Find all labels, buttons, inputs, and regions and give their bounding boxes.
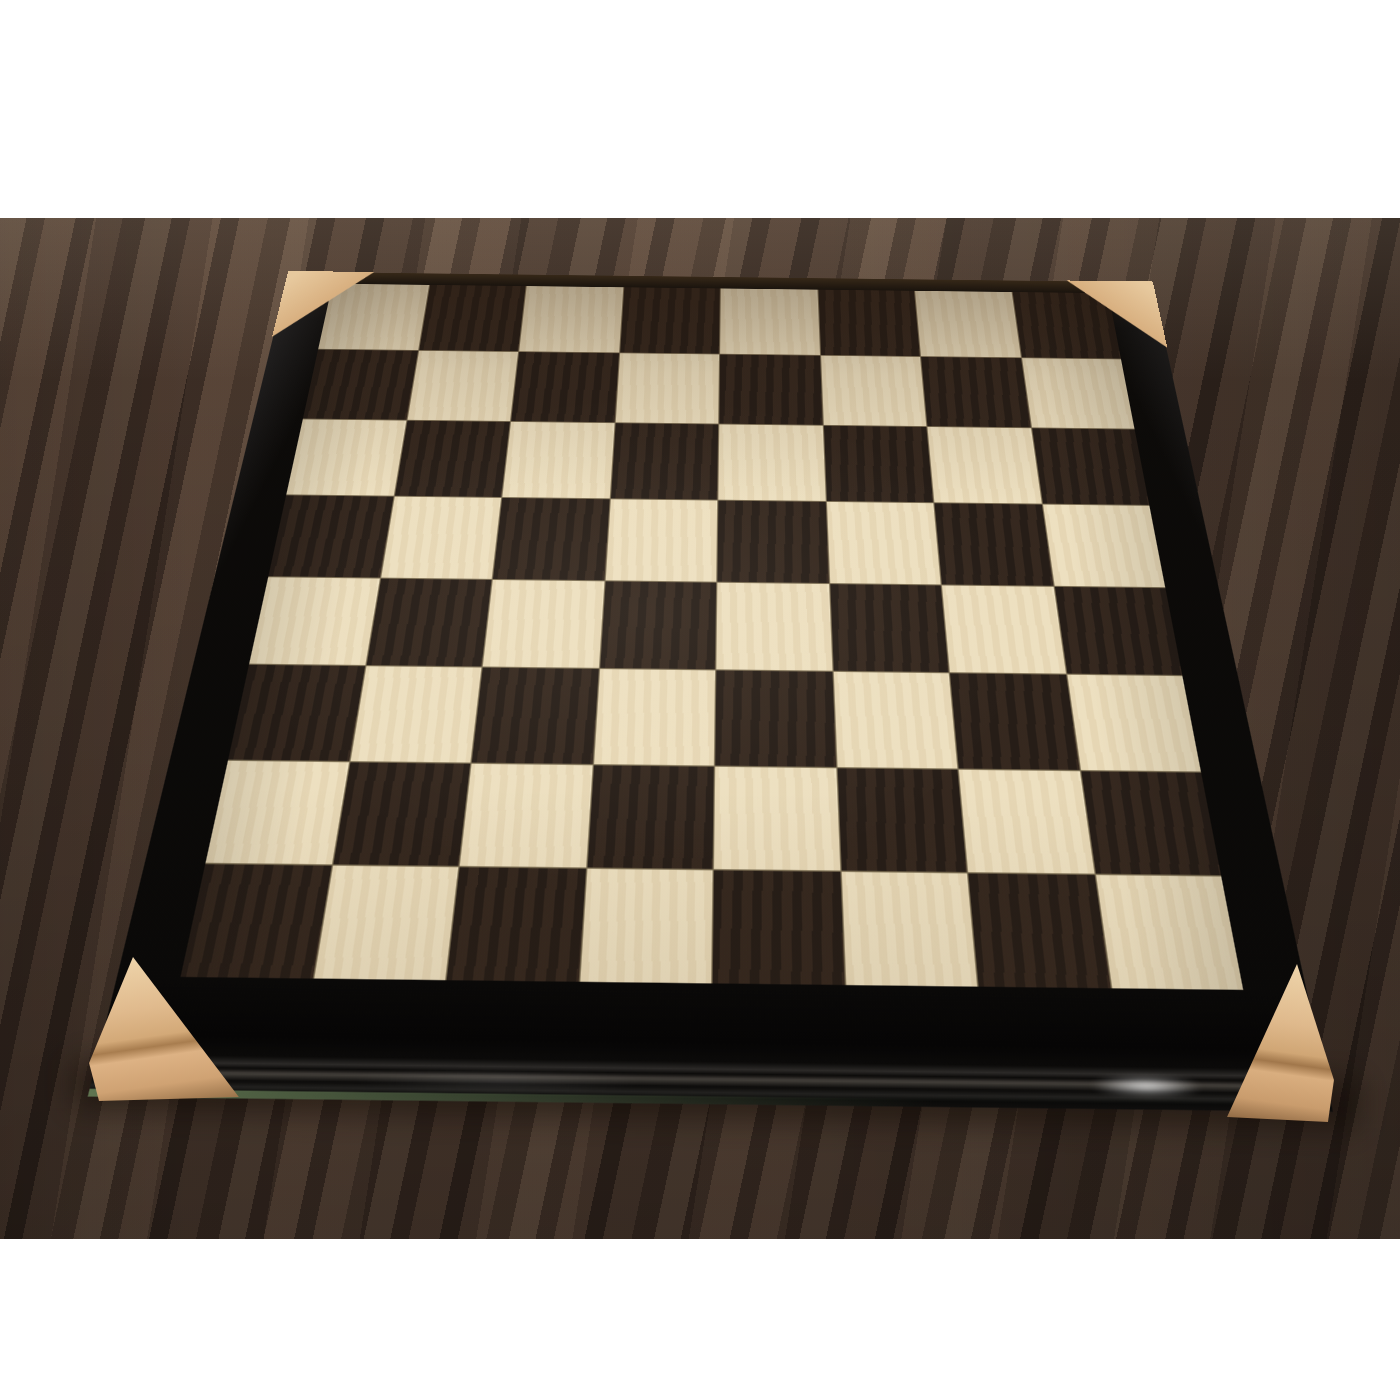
square-c6 (502, 422, 614, 498)
square-e2 (714, 766, 840, 871)
square-a3 (228, 665, 364, 761)
square-d7 (615, 353, 719, 424)
square-c8 (519, 286, 623, 352)
square-f8 (818, 290, 920, 356)
square-b6 (394, 421, 510, 497)
square-e7 (719, 354, 822, 425)
square-g7 (921, 357, 1030, 428)
square-h1 (1095, 875, 1243, 989)
chess-board (88, 272, 1333, 1112)
square-h7 (1022, 358, 1135, 429)
square-c5 (493, 498, 609, 580)
square-g5 (934, 503, 1052, 585)
square-a2 (205, 761, 348, 865)
square-b8 (419, 285, 526, 351)
square-c3 (472, 668, 599, 764)
square-b3 (350, 666, 481, 762)
square-c7 (511, 352, 618, 423)
square-g6 (927, 427, 1041, 503)
square-d3 (593, 669, 715, 765)
square-f2 (837, 768, 967, 873)
square-h4 (1054, 586, 1182, 675)
square-e1 (713, 871, 845, 985)
square-b1 (314, 866, 459, 980)
square-a5 (268, 495, 393, 577)
square-f5 (826, 502, 940, 584)
square-f6 (823, 426, 933, 502)
square-e6 (718, 425, 825, 501)
square-f4 (830, 584, 949, 673)
square-c1 (447, 868, 586, 982)
square-g1 (968, 874, 1110, 988)
square-f1 (841, 872, 977, 986)
square-g2 (959, 769, 1094, 874)
square-b4 (366, 578, 492, 667)
square-g4 (942, 585, 1066, 674)
square-h3 (1067, 675, 1201, 771)
square-b7 (407, 351, 518, 422)
square-g8 (915, 291, 1020, 357)
playing-area-grid (181, 284, 1244, 990)
square-f7 (821, 355, 927, 426)
gloss-reflection-left (289, 1069, 706, 1091)
square-a1 (181, 865, 331, 979)
square-e4 (716, 582, 832, 671)
square-c4 (483, 579, 604, 668)
square-f3 (833, 672, 957, 768)
square-e3 (715, 671, 835, 767)
square-h6 (1032, 428, 1150, 504)
square-h2 (1081, 771, 1222, 876)
square-c2 (460, 763, 592, 867)
square-g3 (950, 673, 1079, 769)
square-a4 (249, 577, 379, 665)
square-d1 (580, 869, 713, 983)
gloss-reflection-right (1068, 1073, 1226, 1100)
square-a7 (303, 349, 418, 420)
square-e8 (720, 288, 819, 354)
front-edge-molding (88, 976, 1333, 1112)
product-photo-page (0, 0, 1400, 1400)
square-d2 (587, 765, 714, 870)
square-b5 (381, 497, 501, 579)
square-h5 (1042, 504, 1165, 586)
square-d5 (605, 499, 717, 581)
square-a6 (286, 420, 405, 496)
square-d8 (620, 287, 720, 353)
square-d4 (600, 581, 717, 670)
square-e5 (717, 500, 828, 582)
square-d6 (610, 423, 718, 499)
tabletop-photo-band (0, 218, 1400, 1239)
square-b2 (333, 762, 471, 866)
